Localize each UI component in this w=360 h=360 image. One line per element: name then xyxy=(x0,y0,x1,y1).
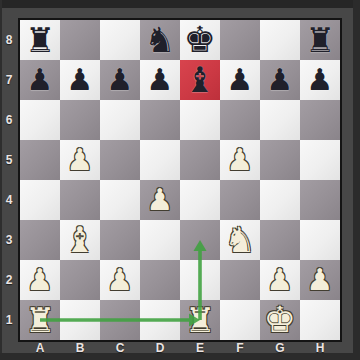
square-e6[interactable] xyxy=(180,100,220,140)
black-pawn-d7[interactable]: ♟ xyxy=(147,60,174,100)
square-c7[interactable]: ♟ xyxy=(100,60,140,100)
black-king-e8[interactable]: ♚ xyxy=(184,20,216,60)
white-pawn-g2[interactable]: ♟ xyxy=(267,260,294,300)
square-a2[interactable]: ♟ xyxy=(20,260,60,300)
square-g4[interactable] xyxy=(260,180,300,220)
square-b2[interactable] xyxy=(60,260,100,300)
square-a8[interactable]: ♜ xyxy=(20,20,60,60)
square-f6[interactable] xyxy=(220,100,260,140)
square-d7[interactable]: ♟ xyxy=(140,60,180,100)
square-e4[interactable] xyxy=(180,180,220,220)
black-pawn-h7[interactable]: ♟ xyxy=(307,60,334,100)
rank-label-6: 6 xyxy=(0,100,18,140)
black-pawn-f7[interactable]: ♟ xyxy=(227,60,254,100)
square-h5[interactable] xyxy=(300,140,340,180)
square-a3[interactable] xyxy=(20,220,60,260)
square-d2[interactable] xyxy=(140,260,180,300)
file-label-B: B xyxy=(60,341,100,355)
square-f3[interactable]: ♞ xyxy=(220,220,260,260)
square-a6[interactable] xyxy=(20,100,60,140)
square-a4[interactable] xyxy=(20,180,60,220)
square-d5[interactable] xyxy=(140,140,180,180)
square-h8[interactable]: ♜ xyxy=(300,20,340,60)
square-g3[interactable] xyxy=(260,220,300,260)
square-g1[interactable]: ♚ xyxy=(260,300,300,340)
white-pawn-f5[interactable]: ♟ xyxy=(227,140,254,180)
white-rook-e1[interactable]: ♜ xyxy=(185,300,215,340)
window-edge-right xyxy=(353,0,360,360)
square-h4[interactable] xyxy=(300,180,340,220)
black-pawn-c7[interactable]: ♟ xyxy=(107,60,134,100)
square-d6[interactable] xyxy=(140,100,180,140)
file-label-E: E xyxy=(180,341,220,355)
square-b6[interactable] xyxy=(60,100,100,140)
square-c8[interactable] xyxy=(100,20,140,60)
square-b1[interactable] xyxy=(60,300,100,340)
square-d8[interactable]: ♞ xyxy=(140,20,180,60)
rank-label-5: 5 xyxy=(0,140,18,180)
square-d3[interactable] xyxy=(140,220,180,260)
square-h1[interactable] xyxy=(300,300,340,340)
square-f8[interactable] xyxy=(220,20,260,60)
square-e8[interactable]: ♚ xyxy=(180,20,220,60)
square-f5[interactable]: ♟ xyxy=(220,140,260,180)
file-label-A: A xyxy=(20,341,60,355)
square-f7[interactable]: ♟ xyxy=(220,60,260,100)
square-b8[interactable] xyxy=(60,20,100,60)
white-bishop-b3[interactable]: ♝ xyxy=(64,220,95,260)
rank-label-7: 7 xyxy=(0,60,18,100)
square-e3[interactable] xyxy=(180,220,220,260)
file-label-C: C xyxy=(100,341,140,355)
black-rook-h8[interactable]: ♜ xyxy=(305,20,335,60)
white-knight-f3[interactable]: ♞ xyxy=(224,220,255,260)
rank-label-4: 4 xyxy=(0,180,18,220)
file-label-H: H xyxy=(300,341,340,355)
file-label-F: F xyxy=(220,341,260,355)
white-pawn-d4[interactable]: ♟ xyxy=(147,180,174,220)
square-c5[interactable] xyxy=(100,140,140,180)
black-rook-a8[interactable]: ♜ xyxy=(25,20,55,60)
square-a1[interactable]: ♜ xyxy=(20,300,60,340)
square-b5[interactable]: ♟ xyxy=(60,140,100,180)
square-d1[interactable] xyxy=(140,300,180,340)
square-a7[interactable]: ♟ xyxy=(20,60,60,100)
square-b4[interactable] xyxy=(60,180,100,220)
square-g6[interactable] xyxy=(260,100,300,140)
window-edge-top xyxy=(0,0,360,8)
square-f2[interactable] xyxy=(220,260,260,300)
file-label-D: D xyxy=(140,341,180,355)
square-h2[interactable]: ♟ xyxy=(300,260,340,300)
black-pawn-b7[interactable]: ♟ xyxy=(67,60,94,100)
square-c3[interactable] xyxy=(100,220,140,260)
square-e7[interactable]: ♝ xyxy=(180,60,220,100)
square-c2[interactable]: ♟ xyxy=(100,260,140,300)
square-b7[interactable]: ♟ xyxy=(60,60,100,100)
white-king-g1[interactable]: ♚ xyxy=(264,300,296,340)
rank-label-3: 3 xyxy=(0,220,18,260)
white-pawn-h2[interactable]: ♟ xyxy=(307,260,334,300)
square-a5[interactable] xyxy=(20,140,60,180)
white-pawn-b5[interactable]: ♟ xyxy=(67,140,94,180)
square-h6[interactable] xyxy=(300,100,340,140)
rank-label-1: 1 xyxy=(0,300,18,340)
square-g8[interactable] xyxy=(260,20,300,60)
square-e5[interactable] xyxy=(180,140,220,180)
square-e1[interactable]: ♜ xyxy=(180,300,220,340)
square-h7[interactable]: ♟ xyxy=(300,60,340,100)
white-rook-a1[interactable]: ♜ xyxy=(25,300,55,340)
square-b3[interactable]: ♝ xyxy=(60,220,100,260)
white-pawn-c2[interactable]: ♟ xyxy=(107,260,134,300)
square-h3[interactable] xyxy=(300,220,340,260)
black-pawn-g7[interactable]: ♟ xyxy=(267,60,294,100)
chess-board: ♜♞♚♜♟♟♟♟♝♟♟♟♟♟♟♝♞♟♟♟♟♜♜♚ xyxy=(20,20,340,340)
black-bishop-e7[interactable]: ♝ xyxy=(184,60,215,100)
square-g2[interactable]: ♟ xyxy=(260,260,300,300)
rank-label-8: 8 xyxy=(0,20,18,60)
black-knight-d8[interactable]: ♞ xyxy=(144,20,175,60)
square-g5[interactable] xyxy=(260,140,300,180)
white-pawn-a2[interactable]: ♟ xyxy=(27,260,54,300)
square-c6[interactable] xyxy=(100,100,140,140)
square-d4[interactable]: ♟ xyxy=(140,180,180,220)
square-e2[interactable] xyxy=(180,260,220,300)
file-label-G: G xyxy=(260,341,300,355)
black-pawn-a7[interactable]: ♟ xyxy=(27,60,54,100)
rank-label-2: 2 xyxy=(0,260,18,300)
square-f4[interactable] xyxy=(220,180,260,220)
square-c1[interactable] xyxy=(100,300,140,340)
square-c4[interactable] xyxy=(100,180,140,220)
square-g7[interactable]: ♟ xyxy=(260,60,300,100)
square-f1[interactable] xyxy=(220,300,260,340)
